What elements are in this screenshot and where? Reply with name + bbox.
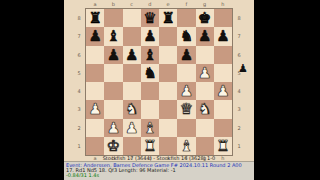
white-pawn-b2: ♟: [107, 119, 120, 137]
square-e5[interactable]: [159, 64, 177, 82]
square-a6[interactable]: [86, 46, 104, 64]
square-a1[interactable]: [86, 137, 104, 155]
square-f6[interactable]: ♟: [177, 46, 195, 64]
square-c8[interactable]: [123, 9, 141, 27]
file-label-h: h: [214, 1, 232, 8]
video-frame: abcdefgh 87654321 ♜♛♜♚♟♝♟♞♟♟♟♟♝♟♞♟♟♟♟♞♛♞…: [0, 0, 320, 180]
square-e4[interactable]: [159, 82, 177, 100]
square-f3[interactable]: ♛: [177, 100, 195, 118]
white-bishop-d2: ♝: [143, 119, 156, 137]
square-d7[interactable]: ♟: [141, 27, 159, 45]
black-queen-d8: ♛: [143, 9, 156, 27]
white-rook-h1: ♜: [216, 137, 229, 155]
square-d4[interactable]: [141, 82, 159, 100]
square-b2[interactable]: ♟: [104, 119, 122, 137]
square-h6[interactable]: [214, 46, 232, 64]
rank-labels-left: 87654321: [75, 9, 83, 155]
rank-labels-right: 87654321: [235, 9, 243, 155]
square-h5[interactable]: [214, 64, 232, 82]
file-labels-top: abcdefgh: [86, 1, 232, 8]
rank-label-4: 4: [75, 82, 83, 100]
black-rook-e8: ♜: [161, 9, 174, 27]
black-pawn-a7: ♟: [88, 27, 101, 45]
square-f8[interactable]: [177, 9, 195, 27]
square-c3[interactable]: ♞: [123, 100, 141, 118]
chess-gui-window: abcdefgh 87654321 ♜♛♜♚♟♝♟♞♟♟♟♟♝♟♞♟♟♟♟♞♛♞…: [64, 0, 254, 180]
black-pawn-d7: ♟: [143, 27, 156, 45]
white-pawn-g5: ♟: [198, 64, 211, 82]
file-label-c: c: [123, 1, 141, 8]
file-label-b: b: [104, 1, 122, 8]
chess-board[interactable]: ♜♛♜♚♟♝♟♞♟♟♟♟♝♟♞♟♟♟♟♞♛♞♟♟♝♚♜♝♜: [86, 9, 232, 155]
black-knight-d5: ♞: [143, 64, 156, 82]
square-h2[interactable]: [214, 119, 232, 137]
rank-label-7: 7: [235, 27, 243, 45]
black-pawn-b6: ♟: [107, 46, 120, 64]
white-queen-f3: ♛: [180, 100, 193, 118]
square-f7[interactable]: ♞: [177, 27, 195, 45]
square-e8[interactable]: ♜: [159, 9, 177, 27]
square-c6[interactable]: ♟: [123, 46, 141, 64]
black-king-g8: ♚: [198, 9, 211, 27]
rank-label-5: 5: [75, 64, 83, 82]
rank-label-7: 7: [75, 27, 83, 45]
square-g5[interactable]: ♟: [196, 64, 214, 82]
square-g2[interactable]: [196, 119, 214, 137]
rank-label-3: 3: [235, 100, 243, 118]
square-b5[interactable]: [104, 64, 122, 82]
white-bishop-f1: ♝: [180, 137, 193, 155]
square-b3[interactable]: [104, 100, 122, 118]
square-f1[interactable]: ♝: [177, 137, 195, 155]
square-d8[interactable]: ♛: [141, 9, 159, 27]
square-a8[interactable]: ♜: [86, 9, 104, 27]
file-label-e: e: [159, 1, 177, 8]
square-d5[interactable]: ♞: [141, 64, 159, 82]
white-pawn-a3: ♟: [88, 100, 101, 118]
square-a3[interactable]: ♟: [86, 100, 104, 118]
white-knight-g3: ♞: [198, 100, 211, 118]
square-h4[interactable]: ♟: [214, 82, 232, 100]
rank-label-3: 3: [75, 100, 83, 118]
square-d1[interactable]: ♜: [141, 137, 159, 155]
square-c2[interactable]: ♟: [123, 119, 141, 137]
square-b1[interactable]: ♚: [104, 137, 122, 155]
square-f4[interactable]: ♟: [177, 82, 195, 100]
square-h3[interactable]: [214, 100, 232, 118]
black-pawn-f6: ♟: [180, 46, 193, 64]
square-c5[interactable]: [123, 64, 141, 82]
square-b7[interactable]: ♝: [104, 27, 122, 45]
square-e6[interactable]: [159, 46, 177, 64]
game-info-panel: Event: Anderssen, Barnes Defence Game F#…: [64, 161, 254, 180]
square-c4[interactable]: [123, 82, 141, 100]
white-rook-d1: ♜: [143, 137, 156, 155]
black-knight-f7: ♞: [180, 27, 193, 45]
square-a2[interactable]: [86, 119, 104, 137]
square-e2[interactable]: [159, 119, 177, 137]
square-b6[interactable]: ♟: [104, 46, 122, 64]
square-h7[interactable]: ♟: [214, 27, 232, 45]
file-label-a: a: [86, 1, 104, 8]
square-a4[interactable]: [86, 82, 104, 100]
square-f5[interactable]: [177, 64, 195, 82]
file-label-g: g: [196, 1, 214, 8]
rank-label-2: 2: [235, 119, 243, 137]
square-g8[interactable]: ♚: [196, 9, 214, 27]
file-label-f: f: [177, 1, 195, 8]
white-pawn-f4: ♟: [180, 82, 193, 100]
black-bishop-b7: ♝: [107, 27, 120, 45]
black-bishop-d6: ♝: [143, 46, 156, 64]
square-g1[interactable]: [196, 137, 214, 155]
square-h8[interactable]: [214, 9, 232, 27]
square-d2[interactable]: ♝: [141, 119, 159, 137]
square-b8[interactable]: [104, 9, 122, 27]
square-g6[interactable]: [196, 46, 214, 64]
white-pawn-c2: ♟: [125, 119, 138, 137]
rank-label-6: 6: [235, 46, 243, 64]
square-g7[interactable]: ♟: [196, 27, 214, 45]
square-e7[interactable]: [159, 27, 177, 45]
square-a7[interactable]: ♟: [86, 27, 104, 45]
square-e3[interactable]: [159, 100, 177, 118]
square-g4[interactable]: [196, 82, 214, 100]
square-e1[interactable]: [159, 137, 177, 155]
square-h1[interactable]: ♜: [214, 137, 232, 155]
black-pawn-g7: ♟: [198, 27, 211, 45]
square-c1[interactable]: [123, 137, 141, 155]
white-king-b1: ♚: [107, 137, 120, 155]
rank-label-6: 6: [75, 46, 83, 64]
square-a5[interactable]: [86, 64, 104, 82]
captured-black-pawn-icon: ♟: [238, 63, 248, 75]
rank-label-1: 1: [235, 137, 243, 155]
rank-label-2: 2: [75, 119, 83, 137]
square-g3[interactable]: ♞: [196, 100, 214, 118]
rank-label-1: 1: [75, 137, 83, 155]
black-rook-a8: ♜: [88, 9, 101, 27]
white-pawn-h4: ♟: [216, 82, 229, 100]
square-d3[interactable]: [141, 100, 159, 118]
rank-label-8: 8: [75, 9, 83, 27]
square-f2[interactable]: [177, 119, 195, 137]
white-knight-c3: ♞: [125, 100, 138, 118]
file-label-d: d: [141, 1, 159, 8]
rank-label-8: 8: [235, 9, 243, 27]
black-pawn-c6: ♟: [125, 46, 138, 64]
square-d6[interactable]: ♝: [141, 46, 159, 64]
square-c7[interactable]: [123, 27, 141, 45]
engine-eval-line: -0.84/31 1.4s: [64, 173, 254, 177]
square-b4[interactable]: [104, 82, 122, 100]
black-pawn-h7: ♟: [216, 27, 229, 45]
rank-label-4: 4: [235, 82, 243, 100]
